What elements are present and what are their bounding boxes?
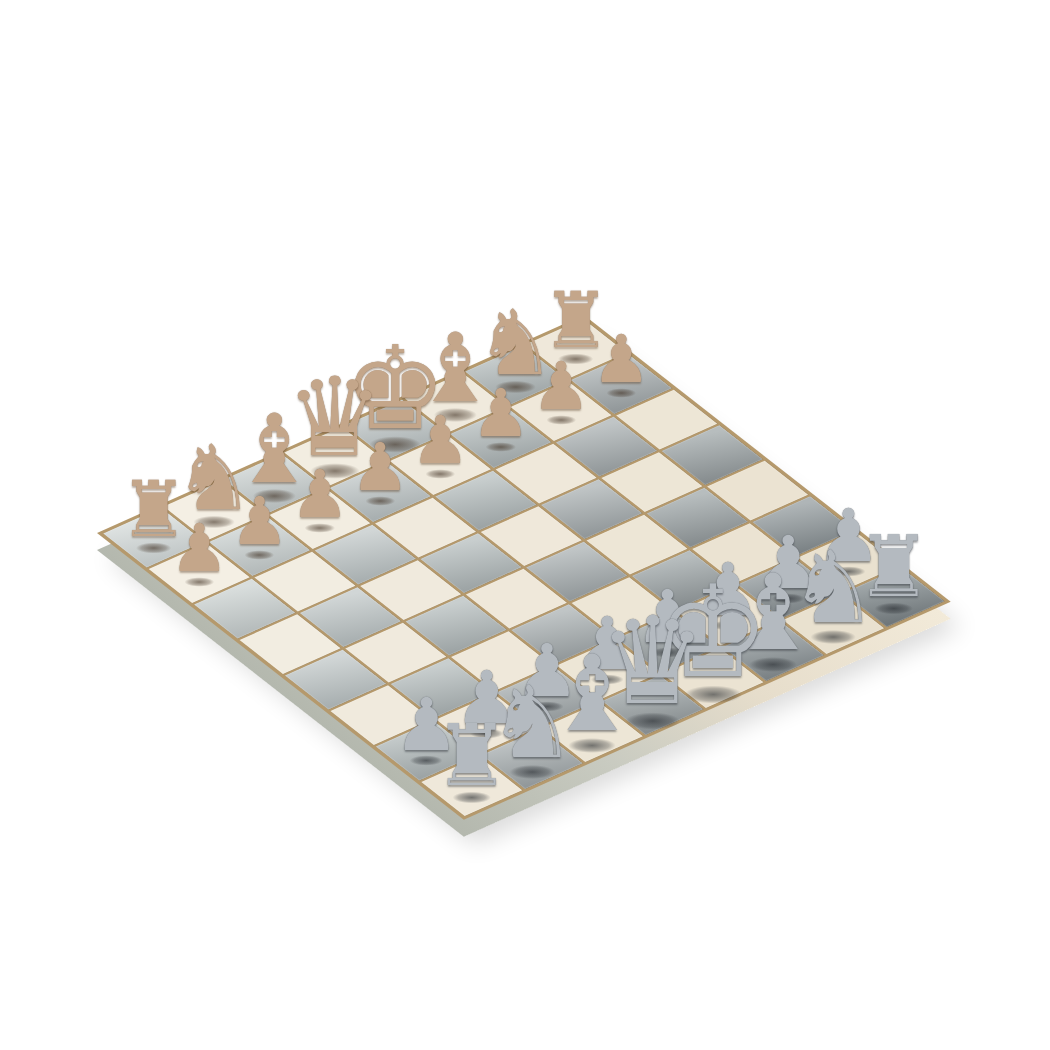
product-photo-stage: ♜♞♝♛♚♝♞♜♟♟♟♟♟♟♟♟♟♟♟♟♟♟♟♟♜♞♝♛♚♝♞♜ — [0, 0, 1050, 1050]
chess-board — [97, 315, 951, 820]
